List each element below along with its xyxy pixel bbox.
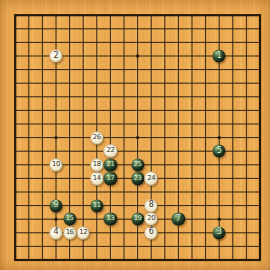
- move-number: 8: [149, 202, 154, 210]
- move-number: 13: [106, 216, 114, 223]
- move-number: 22: [106, 148, 114, 155]
- move-number: 10: [52, 161, 60, 168]
- move-number: 5: [217, 147, 222, 155]
- move-number: 9: [53, 202, 58, 210]
- move-number: 24: [147, 175, 155, 182]
- star-point: [54, 136, 57, 139]
- move-number: 15: [66, 216, 74, 223]
- move-number: 11: [93, 202, 101, 209]
- move-number: 6: [149, 229, 154, 237]
- move-number: 23: [134, 175, 142, 182]
- move-number: 18: [93, 161, 101, 168]
- move-number: 21: [106, 161, 114, 168]
- move-number: 25: [134, 161, 142, 168]
- star-point: [218, 218, 221, 221]
- move-number: 3: [217, 229, 222, 237]
- move-number: 7: [176, 215, 181, 223]
- move-number: 26: [93, 134, 101, 141]
- move-number: 14: [93, 175, 101, 182]
- move-number: 4: [53, 229, 58, 237]
- move-number: 17: [106, 175, 114, 182]
- move-number: 12: [79, 229, 87, 236]
- move-number: 2: [53, 52, 58, 60]
- star-point: [136, 54, 139, 57]
- move-number: 16: [66, 229, 74, 236]
- move-number: 19: [134, 216, 142, 223]
- move-number: 20: [147, 216, 155, 223]
- star-point: [136, 136, 139, 139]
- go-board: 1234567891011121314151617181920212223242…: [0, 0, 270, 270]
- board-grid: [0, 0, 270, 270]
- move-number: 1: [217, 52, 222, 60]
- star-point: [218, 136, 221, 139]
- star-point: [54, 218, 57, 221]
